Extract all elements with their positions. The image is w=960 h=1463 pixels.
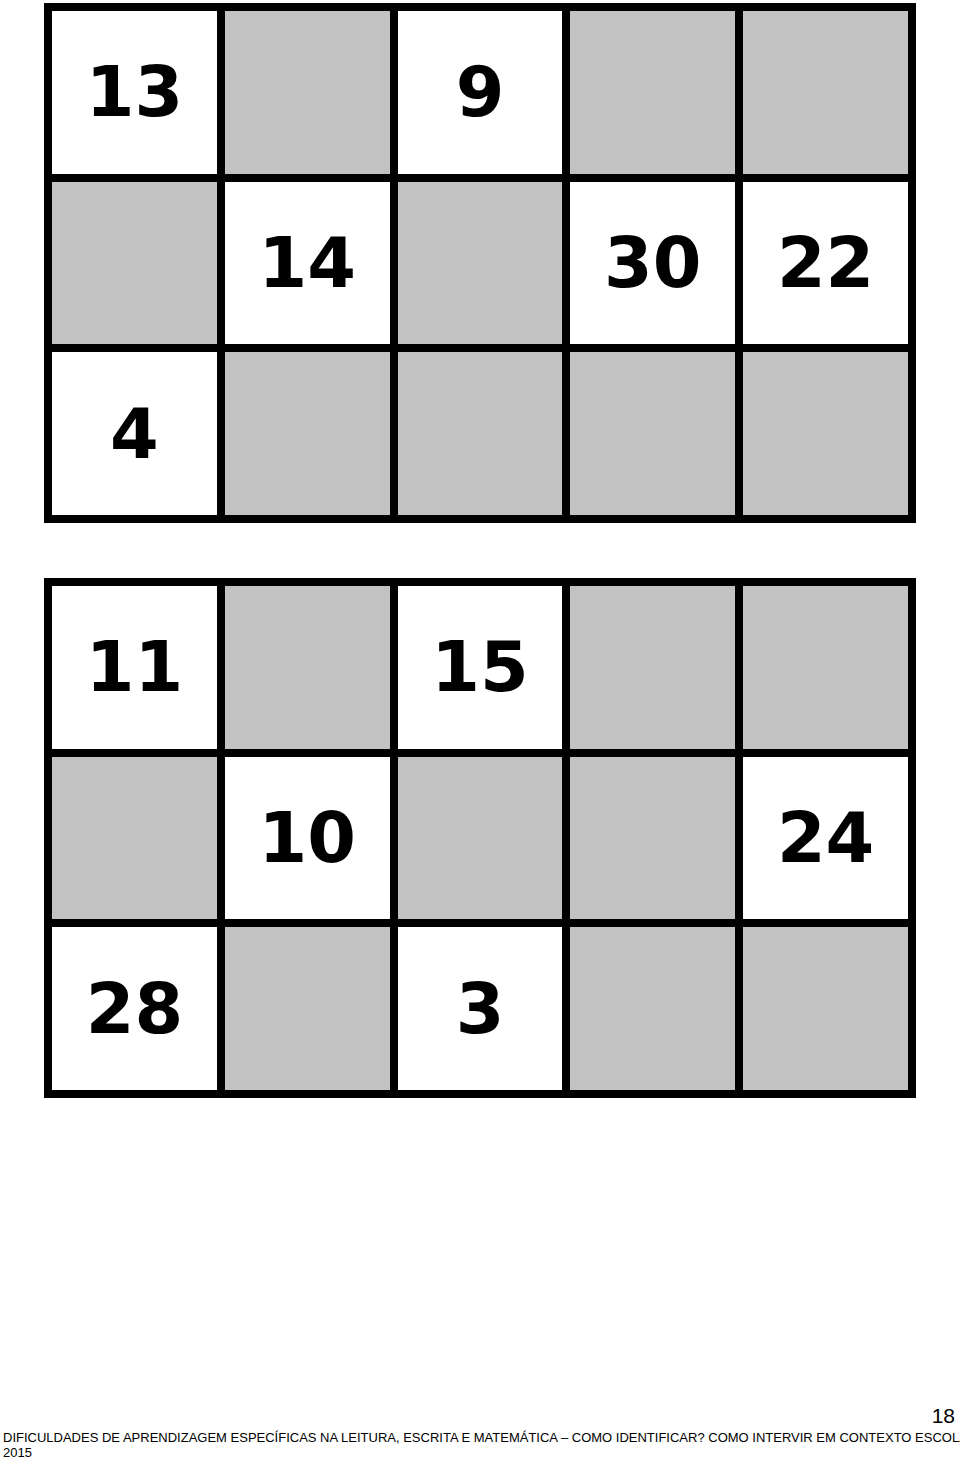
- footer: DIFICULDADES DE APRENDIZAGEM ESPECÍFICAS…: [3, 1430, 955, 1460]
- number-grid-bottom: 11151024283: [44, 578, 916, 1098]
- footer-title: DIFICULDADES DE APRENDIZAGEM ESPECÍFICAS…: [3, 1430, 955, 1445]
- number-grid-top: 1391430224: [44, 3, 916, 523]
- grid2-cell-r2c5-number: 24: [743, 757, 908, 920]
- grid1-cell-r1c1-number: 13: [52, 11, 217, 174]
- grid1-cell-r3c2-shaded-empty: [225, 352, 390, 515]
- grid2-cell-r1c3-number: 15: [398, 586, 563, 749]
- grid1-cell-r1c5-shaded-empty: [743, 11, 908, 174]
- grid1-cell-r2c5-number: 22: [743, 182, 908, 345]
- grid2-cell-r3c3-number: 3: [398, 927, 563, 1090]
- grid1-cell-r2c1-shaded-empty: [52, 182, 217, 345]
- grid2-cell-r2c3-shaded-empty: [398, 757, 563, 920]
- grid1-cell-r2c2-number: 14: [225, 182, 390, 345]
- grid2-cell-r1c5-shaded-empty: [743, 586, 908, 749]
- grid1-cell-r2c4-number: 30: [570, 182, 735, 345]
- grid1-cell-r3c3-shaded-empty: [398, 352, 563, 515]
- grid2-cell-r3c5-shaded-empty: [743, 927, 908, 1090]
- grid1-cell-r1c2-shaded-empty: [225, 11, 390, 174]
- grid2-cell-r2c2-number: 10: [225, 757, 390, 920]
- document-page: 1391430224 11151024283 18 DIFICULDADES D…: [0, 0, 960, 1463]
- grid2-cell-r1c4-shaded-empty: [570, 586, 735, 749]
- grid2-cell-r3c1-number: 28: [52, 927, 217, 1090]
- grid2-cell-r1c2-shaded-empty: [225, 586, 390, 749]
- grid2-cell-r2c1-shaded-empty: [52, 757, 217, 920]
- grid1-cell-r1c4-shaded-empty: [570, 11, 735, 174]
- grid1-cell-r1c3-number: 9: [398, 11, 563, 174]
- grid2-cell-r3c2-shaded-empty: [225, 927, 390, 1090]
- grid2-cell-r1c1-number: 11: [52, 586, 217, 749]
- page-number: 18: [932, 1404, 955, 1428]
- grid1-cell-r3c5-shaded-empty: [743, 352, 908, 515]
- footer-year: 2015: [3, 1445, 955, 1460]
- grid2-cell-r3c4-shaded-empty: [570, 927, 735, 1090]
- grid1-cell-r3c1-number: 4: [52, 352, 217, 515]
- grid1-cell-r3c4-shaded-empty: [570, 352, 735, 515]
- grid2-cell-r2c4-shaded-empty: [570, 757, 735, 920]
- grid1-cell-r2c3-shaded-empty: [398, 182, 563, 345]
